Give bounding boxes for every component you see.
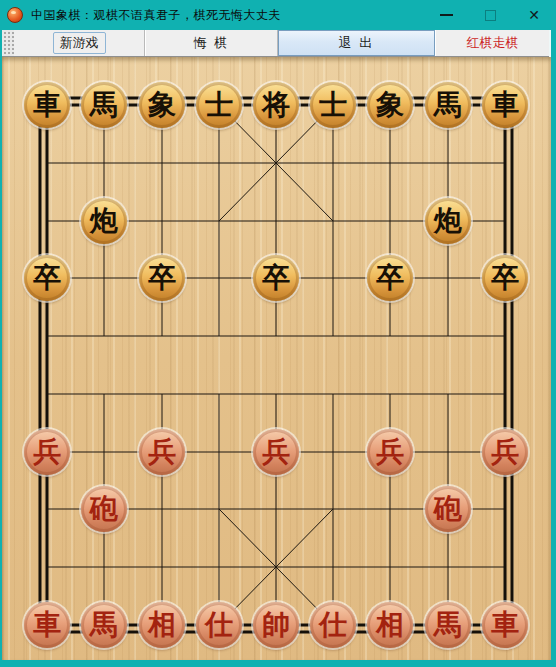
minimize-icon <box>440 14 453 16</box>
turn-status: 红棋走棋 <box>435 30 549 56</box>
undo-move-button[interactable]: 悔 棋 <box>145 30 278 56</box>
piece-black-卒[interactable]: 卒 <box>367 255 413 301</box>
xiangqi-board[interactable]: 車馬象士将士象馬車炮炮卒卒卒卒卒兵兵兵兵兵砲砲車馬相仕帥仕相馬車 <box>2 57 551 660</box>
maximize-button[interactable] <box>468 0 512 30</box>
close-icon: ✕ <box>528 8 540 22</box>
piece-red-車[interactable]: 車 <box>24 602 70 648</box>
piece-red-仕[interactable]: 仕 <box>196 602 242 648</box>
piece-red-兵[interactable]: 兵 <box>482 429 528 475</box>
piece-black-士[interactable]: 士 <box>196 82 242 128</box>
turn-status-label: 红棋走棋 <box>467 34 519 52</box>
piece-black-馬[interactable]: 馬 <box>425 82 471 128</box>
piece-red-砲[interactable]: 砲 <box>425 486 471 532</box>
toolbar: 新游戏 悔 棋 退 出 红棋走棋 <box>2 30 549 57</box>
piece-black-炮[interactable]: 炮 <box>81 198 127 244</box>
piece-black-象[interactable]: 象 <box>367 82 413 128</box>
new-game-button[interactable]: 新游戏 <box>14 30 145 56</box>
window-title: 中国象棋：观棋不语真君子，棋死无悔大丈夫 <box>31 7 281 24</box>
minimize-button[interactable] <box>424 0 468 30</box>
piece-red-相[interactable]: 相 <box>139 602 185 648</box>
piece-red-相[interactable]: 相 <box>367 602 413 648</box>
title-bar[interactable]: 中国象棋：观棋不语真君子，棋死无悔大丈夫 ✕ <box>0 0 556 30</box>
board-grid-lines <box>2 57 551 660</box>
piece-red-兵[interactable]: 兵 <box>367 429 413 475</box>
window-content: 新游戏 悔 棋 退 出 红棋走棋 <box>2 30 551 660</box>
piece-black-象[interactable]: 象 <box>139 82 185 128</box>
piece-black-卒[interactable]: 卒 <box>482 255 528 301</box>
piece-red-馬[interactable]: 馬 <box>81 602 127 648</box>
piece-red-馬[interactable]: 馬 <box>425 602 471 648</box>
app-icon <box>7 7 23 23</box>
exit-label: 退 出 <box>339 34 375 52</box>
piece-black-馬[interactable]: 馬 <box>81 82 127 128</box>
piece-red-兵[interactable]: 兵 <box>253 429 299 475</box>
piece-black-車[interactable]: 車 <box>482 82 528 128</box>
piece-black-車[interactable]: 車 <box>24 82 70 128</box>
toolbar-grip-handle[interactable] <box>2 30 14 56</box>
piece-black-卒[interactable]: 卒 <box>139 255 185 301</box>
app-window: 中国象棋：观棋不语真君子，棋死无悔大丈夫 ✕ 新游戏 悔 棋 退 出 <box>0 0 556 667</box>
piece-black-炮[interactable]: 炮 <box>425 198 471 244</box>
undo-label: 悔 棋 <box>194 34 230 52</box>
maximize-icon <box>485 10 496 21</box>
window-controls: ✕ <box>424 0 556 30</box>
piece-red-仕[interactable]: 仕 <box>310 602 356 648</box>
piece-red-兵[interactable]: 兵 <box>24 429 70 475</box>
piece-black-将[interactable]: 将 <box>253 82 299 128</box>
piece-black-士[interactable]: 士 <box>310 82 356 128</box>
piece-red-砲[interactable]: 砲 <box>81 486 127 532</box>
piece-red-兵[interactable]: 兵 <box>139 429 185 475</box>
exit-button[interactable]: 退 出 <box>278 30 435 56</box>
piece-red-車[interactable]: 車 <box>482 602 528 648</box>
piece-black-卒[interactable]: 卒 <box>24 255 70 301</box>
new-game-label: 新游戏 <box>53 32 106 54</box>
close-button[interactable]: ✕ <box>512 0 556 30</box>
piece-black-卒[interactable]: 卒 <box>253 255 299 301</box>
piece-red-帥[interactable]: 帥 <box>253 602 299 648</box>
